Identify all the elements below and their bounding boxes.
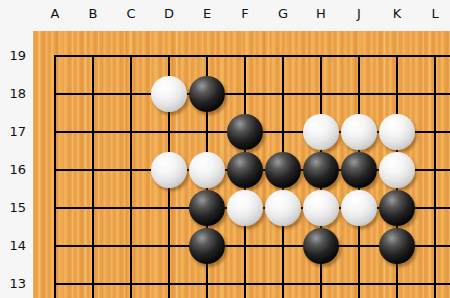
- stone-black-E18[interactable]: [189, 76, 225, 112]
- stone-black-F17[interactable]: [227, 114, 263, 150]
- grid-line-col-B: [92, 55, 94, 298]
- col-label-D: D: [164, 6, 174, 22]
- col-label-L: L: [431, 6, 438, 22]
- stone-black-E14[interactable]: [189, 228, 225, 264]
- col-label-G: G: [278, 6, 288, 22]
- stone-black-G16[interactable]: [265, 152, 301, 188]
- stone-black-H16[interactable]: [303, 152, 339, 188]
- row-label-17: 17: [0, 124, 26, 140]
- col-label-A: A: [51, 6, 60, 22]
- stone-white-E16[interactable]: [189, 152, 225, 188]
- row-label-15: 15: [0, 200, 26, 216]
- grid-line-col-C: [130, 55, 132, 298]
- stone-black-K14[interactable]: [379, 228, 415, 264]
- stone-black-H14[interactable]: [303, 228, 339, 264]
- stone-white-K17[interactable]: [379, 114, 415, 150]
- stone-white-K16[interactable]: [379, 152, 415, 188]
- stone-black-J16[interactable]: [341, 152, 377, 188]
- stone-white-H17[interactable]: [303, 114, 339, 150]
- row-label-16: 16: [0, 162, 26, 178]
- stone-black-E15[interactable]: [189, 190, 225, 226]
- stone-white-H15[interactable]: [303, 190, 339, 226]
- stone-white-D18[interactable]: [151, 76, 187, 112]
- row-label-19: 19: [0, 48, 26, 64]
- col-label-C: C: [126, 6, 135, 22]
- stone-black-F16[interactable]: [227, 152, 263, 188]
- row-label-14: 14: [0, 238, 26, 254]
- col-label-B: B: [89, 6, 98, 22]
- grid-line-row-18: [54, 93, 450, 95]
- go-app-screenshot: ABCDEFGHJKL 19181716151413: [0, 0, 450, 298]
- row-label-13: 13: [0, 276, 26, 292]
- go-board[interactable]: [33, 31, 450, 298]
- stone-black-K15[interactable]: [379, 190, 415, 226]
- row-label-18: 18: [0, 86, 26, 102]
- col-label-H: H: [316, 6, 326, 22]
- stone-white-F15[interactable]: [227, 190, 263, 226]
- grid-line-col-L: [434, 55, 436, 298]
- stone-white-D16[interactable]: [151, 152, 187, 188]
- col-label-E: E: [203, 6, 211, 22]
- grid-line-col-A: [54, 55, 56, 298]
- col-label-J: J: [357, 6, 361, 22]
- stone-white-G15[interactable]: [265, 190, 301, 226]
- stone-white-J17[interactable]: [341, 114, 377, 150]
- stone-white-J15[interactable]: [341, 190, 377, 226]
- grid-line-row-13: [54, 283, 450, 285]
- col-label-K: K: [393, 6, 402, 22]
- col-label-F: F: [241, 6, 248, 22]
- grid-line-row-19: [54, 55, 450, 57]
